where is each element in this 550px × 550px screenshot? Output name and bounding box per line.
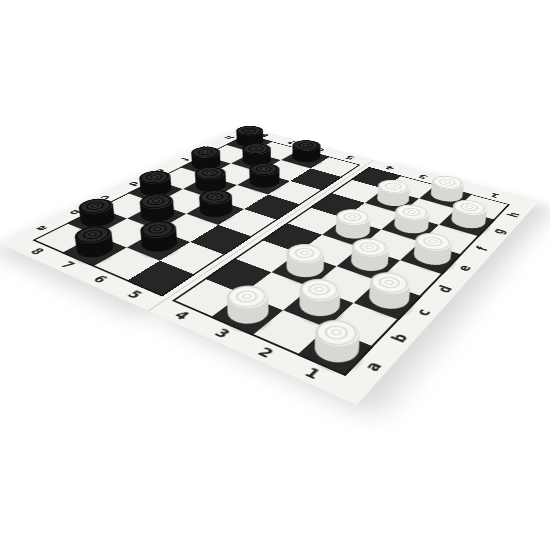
piece-white-a3[interactable]	[219, 298, 276, 331]
piece-white-c1[interactable]	[361, 285, 415, 316]
piece-white-a1[interactable]	[305, 332, 365, 370]
piece-white-e1[interactable]	[407, 245, 456, 271]
piece-black-f6[interactable]	[243, 174, 285, 192]
checkers-board: abcdefgh8877665544332211abcdefgh	[0, 126, 538, 405]
piece-black-d6[interactable]	[193, 201, 238, 222]
piece-black-b6[interactable]	[134, 233, 184, 257]
piece-black-h6[interactable]	[286, 151, 324, 166]
piece-white-b2[interactable]	[291, 291, 346, 323]
board-scene: abcdefgh8877665544332211abcdefgh	[0, 0, 550, 550]
